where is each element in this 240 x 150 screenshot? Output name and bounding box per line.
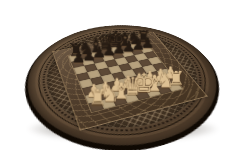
photo-canvas: ♜♞♝♛♚♝♞♜♟♟♟♟♟♟♟♟♟♟♟♟♟♟♟♟♜♞♝♛♚♝♞♜	[0, 0, 240, 150]
scene-3d: ♜♞♝♛♚♝♞♜♟♟♟♟♟♟♟♟♟♟♟♟♟♟♟♟♜♞♝♛♚♝♞♜	[0, 0, 240, 150]
round-chess-board: ♜♞♝♛♚♝♞♜♟♟♟♟♟♟♟♟♟♟♟♟♟♟♟♟♜♞♝♛♚♝♞♜	[18, 15, 240, 150]
white-rook[interactable]: ♜	[74, 88, 120, 109]
black-pawn[interactable]: ♟	[59, 50, 98, 66]
